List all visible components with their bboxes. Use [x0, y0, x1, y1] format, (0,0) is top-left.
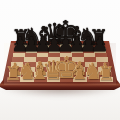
piece-white-rook-h1[interactable]: ♜ [98, 64, 115, 83]
chess-board[interactable]: ♜♞♝♛♚♝♞♜♟♟♟♟♟♟♟♟♟♟♟♟♟♟♟♟♜♞♝♛♚♝♞♜ [0, 44, 120, 82]
board-rank-1: ♜♞♝♛♚♝♞♜ [7, 77, 113, 82]
square-h7[interactable]: ♟ [94, 48, 105, 53]
chess-set-photo: ♜♞♝♛♚♝♞♜♟♟♟♟♟♟♟♟♟♟♟♟♟♟♟♟♜♞♝♛♚♝♞♜ [0, 0, 120, 120]
square-h1[interactable]: ♜ [100, 77, 113, 82]
piece-black-pawn-h7[interactable]: ♟ [91, 34, 109, 54]
